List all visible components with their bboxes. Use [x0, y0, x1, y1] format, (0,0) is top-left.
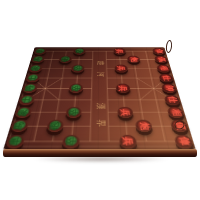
piece-red-兵[interactable]: 兵 [115, 84, 130, 93]
piece-red-兵[interactable]: 兵 [119, 135, 137, 149]
piece-green-砲[interactable]: 砲 [46, 120, 64, 132]
piece-green-卒[interactable]: 卒 [69, 84, 84, 93]
clasp-loop-icon [165, 40, 173, 54]
piece-character: 兵 [117, 66, 126, 71]
piece-green-砲[interactable]: 砲 [58, 56, 72, 63]
piece-character: 俥 [155, 49, 164, 53]
piece-red-仕[interactable]: 仕 [159, 74, 175, 83]
piece-green-將[interactable]: 將 [21, 84, 38, 93]
piece-character: 士 [21, 97, 32, 104]
piece-green-象[interactable]: 象 [14, 107, 32, 118]
piece-red-帥[interactable]: 帥 [161, 84, 178, 93]
piece-red-相[interactable]: 相 [167, 107, 185, 118]
piece-red-俥[interactable]: 俥 [152, 48, 166, 55]
piece-character: 象 [17, 109, 29, 116]
piece-red-傌[interactable]: 傌 [154, 56, 168, 63]
piece-character: 炮 [138, 122, 150, 130]
piece-character: 兵 [120, 109, 131, 116]
piece-green-車[interactable]: 車 [33, 48, 47, 55]
piece-character: 馬 [33, 57, 42, 62]
piece-character: 傌 [157, 57, 166, 62]
piece-character: 兵 [115, 49, 123, 53]
piece-character: 車 [36, 49, 45, 53]
piece-character: 卒 [65, 137, 77, 146]
piece-green-象[interactable]: 象 [28, 64, 43, 72]
piece-character: 兵 [118, 86, 128, 92]
piece-green-卒[interactable]: 卒 [73, 48, 86, 55]
xiangqi-board: 楚 河 漢 界 車馬象士將士象馬車砲砲卒卒卒卒卒兵兵兵兵兵炮炮俥傌相仕帥仕相傌俥 [3, 47, 196, 149]
board-drop-shadow [10, 155, 192, 165]
piece-grid: 車馬象士將士象馬車砲砲卒卒卒卒卒兵兵兵兵兵炮炮俥傌相仕帥仕相傌俥 [3, 47, 196, 149]
piece-character: 士 [28, 75, 38, 81]
piece-character: 炮 [129, 57, 138, 62]
piece-green-卒[interactable]: 卒 [62, 135, 80, 149]
piece-character: 馬 [13, 122, 26, 130]
piece-red-炮[interactable]: 炮 [135, 120, 153, 132]
piece-character: 卒 [76, 49, 84, 53]
piece-character: 車 [8, 137, 21, 146]
piece-character: 將 [24, 86, 35, 92]
piece-character: 砲 [61, 57, 70, 62]
piece-green-士[interactable]: 士 [25, 74, 41, 83]
piece-green-馬[interactable]: 馬 [30, 56, 44, 63]
piece-character: 仕 [167, 97, 178, 104]
piece-red-炮[interactable]: 炮 [127, 56, 141, 63]
piece-character: 仕 [161, 75, 171, 81]
piece-character: 俥 [177, 137, 190, 146]
product-photo: 楚 河 漢 界 車馬象士將士象馬車砲砲卒卒卒卒卒兵兵兵兵兵炮炮俥傌相仕帥仕相傌俥 [0, 0, 200, 200]
piece-character: 相 [159, 66, 169, 71]
piece-red-兵[interactable]: 兵 [114, 64, 128, 72]
piece-red-相[interactable]: 相 [156, 64, 171, 72]
piece-green-士[interactable]: 士 [18, 95, 35, 105]
piece-character: 兵 [122, 137, 134, 146]
piece-character: 砲 [49, 122, 61, 130]
piece-red-仕[interactable]: 仕 [164, 95, 181, 105]
piece-character: 帥 [164, 86, 175, 92]
piece-green-卒[interactable]: 卒 [66, 107, 82, 118]
piece-green-車[interactable]: 車 [5, 135, 26, 149]
piece-character: 卒 [69, 109, 80, 116]
piece-red-俥[interactable]: 俥 [174, 135, 195, 149]
piece-red-兵[interactable]: 兵 [117, 107, 133, 118]
piece-character: 卒 [74, 66, 83, 71]
piece-green-卒[interactable]: 卒 [71, 64, 85, 72]
piece-character: 相 [170, 109, 182, 116]
piece-character: 象 [30, 66, 40, 71]
piece-character: 卒 [71, 86, 81, 92]
piece-green-馬[interactable]: 馬 [9, 120, 29, 132]
piece-red-兵[interactable]: 兵 [113, 48, 126, 55]
